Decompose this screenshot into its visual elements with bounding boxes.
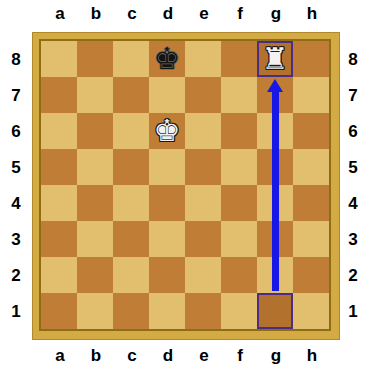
- rank-label-4: 4: [341, 186, 365, 222]
- square-d7[interactable]: [149, 77, 185, 113]
- square-b7[interactable]: [77, 77, 113, 113]
- file-label-a: a: [42, 345, 78, 367]
- square-d8[interactable]: ♚: [149, 41, 185, 77]
- rank-label-7: 7: [4, 78, 28, 114]
- square-f5[interactable]: [221, 149, 257, 185]
- file-labels-top: abcdefgh: [42, 3, 330, 25]
- file-label-b: b: [78, 345, 114, 367]
- file-label-f: f: [222, 345, 258, 367]
- square-f1[interactable]: [221, 293, 257, 329]
- square-h8[interactable]: [293, 41, 329, 77]
- file-label-e: e: [186, 3, 222, 25]
- square-f8[interactable]: [221, 41, 257, 77]
- square-d1[interactable]: [149, 293, 185, 329]
- square-e2[interactable]: [185, 257, 221, 293]
- square-c5[interactable]: [113, 149, 149, 185]
- square-d4[interactable]: [149, 185, 185, 221]
- rank-label-3: 3: [4, 222, 28, 258]
- rank-label-5: 5: [341, 150, 365, 186]
- square-d6[interactable]: ♚: [149, 113, 185, 149]
- rank-labels-right: 87654321: [341, 42, 365, 330]
- square-d2[interactable]: [149, 257, 185, 293]
- square-b8[interactable]: [77, 41, 113, 77]
- square-f7[interactable]: [221, 77, 257, 113]
- square-c2[interactable]: [113, 257, 149, 293]
- file-label-b: b: [78, 3, 114, 25]
- white-king-d6[interactable]: ♚: [154, 113, 181, 149]
- square-e6[interactable]: [185, 113, 221, 149]
- square-d3[interactable]: [149, 221, 185, 257]
- square-e3[interactable]: [185, 221, 221, 257]
- square-e4[interactable]: [185, 185, 221, 221]
- file-labels-bottom: abcdefgh: [42, 345, 330, 367]
- square-h2[interactable]: [293, 257, 329, 293]
- file-label-g: g: [258, 3, 294, 25]
- rank-label-2: 2: [4, 258, 28, 294]
- square-f3[interactable]: [221, 221, 257, 257]
- rank-label-5: 5: [4, 150, 28, 186]
- square-b5[interactable]: [77, 149, 113, 185]
- square-a2[interactable]: [41, 257, 77, 293]
- square-h7[interactable]: [293, 77, 329, 113]
- file-label-h: h: [294, 345, 330, 367]
- rank-label-8: 8: [4, 42, 28, 78]
- black-king-d8[interactable]: ♚: [154, 41, 181, 77]
- move-arrow-head-icon: [267, 79, 283, 92]
- square-f4[interactable]: [221, 185, 257, 221]
- square-b4[interactable]: [77, 185, 113, 221]
- file-label-c: c: [114, 345, 150, 367]
- file-label-d: d: [150, 345, 186, 367]
- square-b3[interactable]: [77, 221, 113, 257]
- file-label-e: e: [186, 345, 222, 367]
- rank-label-3: 3: [341, 222, 365, 258]
- square-a7[interactable]: [41, 77, 77, 113]
- square-b1[interactable]: [77, 293, 113, 329]
- file-label-f: f: [222, 3, 258, 25]
- square-e1[interactable]: [185, 293, 221, 329]
- move-arrow-shaft: [272, 92, 279, 291]
- board-frame: ♚♜♚: [32, 32, 340, 340]
- square-g1[interactable]: [257, 293, 293, 329]
- rank-label-8: 8: [341, 42, 365, 78]
- square-h1[interactable]: [293, 293, 329, 329]
- square-h4[interactable]: [293, 185, 329, 221]
- rank-label-7: 7: [341, 78, 365, 114]
- file-label-a: a: [42, 3, 78, 25]
- white-rook-g8[interactable]: ♜: [262, 41, 289, 77]
- square-d5[interactable]: [149, 149, 185, 185]
- rank-label-1: 1: [4, 294, 28, 330]
- square-h5[interactable]: [293, 149, 329, 185]
- square-h3[interactable]: [293, 221, 329, 257]
- rank-labels-left: 87654321: [4, 42, 28, 330]
- square-f6[interactable]: [221, 113, 257, 149]
- square-h6[interactable]: [293, 113, 329, 149]
- rank-label-6: 6: [4, 114, 28, 150]
- chess-board: ♚♜♚: [41, 41, 329, 329]
- board-frame-inner-line: ♚♜♚: [39, 39, 331, 331]
- square-c8[interactable]: [113, 41, 149, 77]
- square-c7[interactable]: [113, 77, 149, 113]
- file-label-h: h: [294, 3, 330, 25]
- square-e7[interactable]: [185, 77, 221, 113]
- square-a3[interactable]: [41, 221, 77, 257]
- square-b6[interactable]: [77, 113, 113, 149]
- square-a8[interactable]: [41, 41, 77, 77]
- rank-label-1: 1: [341, 294, 365, 330]
- file-label-d: d: [150, 3, 186, 25]
- square-e5[interactable]: [185, 149, 221, 185]
- square-c4[interactable]: [113, 185, 149, 221]
- square-a6[interactable]: [41, 113, 77, 149]
- square-b2[interactable]: [77, 257, 113, 293]
- file-label-c: c: [114, 3, 150, 25]
- square-g8[interactable]: ♜: [257, 41, 293, 77]
- square-c1[interactable]: [113, 293, 149, 329]
- square-a5[interactable]: [41, 149, 77, 185]
- rank-label-2: 2: [341, 258, 365, 294]
- square-c3[interactable]: [113, 221, 149, 257]
- square-c6[interactable]: [113, 113, 149, 149]
- square-e8[interactable]: [185, 41, 221, 77]
- square-a1[interactable]: [41, 293, 77, 329]
- file-label-g: g: [258, 345, 294, 367]
- rank-label-4: 4: [4, 186, 28, 222]
- square-a4[interactable]: [41, 185, 77, 221]
- square-f2[interactable]: [221, 257, 257, 293]
- rank-label-6: 6: [341, 114, 365, 150]
